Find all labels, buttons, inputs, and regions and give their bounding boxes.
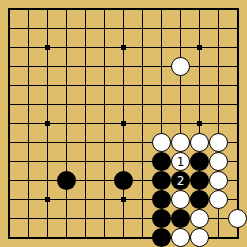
move-number-label: 1	[177, 155, 185, 167]
black-stone	[171, 209, 190, 228]
black-stone	[190, 152, 209, 171]
white-stone	[171, 228, 190, 247]
black-stone	[152, 190, 171, 209]
white-stone	[209, 133, 228, 152]
black-stone	[152, 209, 171, 228]
white-stone	[171, 190, 190, 209]
go-board: 12	[0, 0, 247, 247]
black-stone	[190, 171, 209, 190]
black-stone	[190, 190, 209, 209]
white-stone-move-1: 1	[171, 152, 190, 171]
black-stone	[57, 171, 76, 190]
stones-layer: 12	[0, 0, 247, 247]
move-number-label: 2	[177, 174, 185, 186]
black-stone	[152, 152, 171, 171]
white-stone	[171, 57, 190, 76]
black-stone	[152, 228, 171, 247]
black-stone-move-2: 2	[171, 171, 190, 190]
white-stone	[228, 209, 247, 228]
white-stone	[209, 190, 228, 209]
white-stone	[171, 133, 190, 152]
white-stone	[190, 228, 209, 247]
black-stone	[152, 171, 171, 190]
white-stone	[209, 152, 228, 171]
white-stone	[152, 133, 171, 152]
white-stone	[209, 171, 228, 190]
black-stone	[114, 171, 133, 190]
white-stone	[190, 133, 209, 152]
white-stone	[190, 209, 209, 228]
